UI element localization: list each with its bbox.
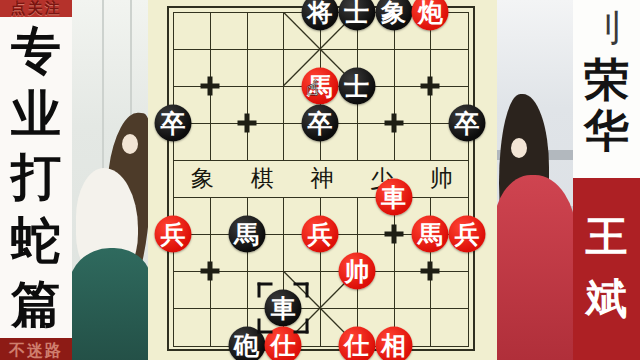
player-name-top-section: 刂 荣 华 bbox=[573, 0, 640, 178]
left-banner-panel: 点关注 专 业 打 蛇 篇 不迷路 bbox=[0, 0, 72, 360]
piece-相-red[interactable]: 相 bbox=[375, 327, 412, 360]
point-marker bbox=[200, 77, 219, 96]
bracket-corner bbox=[258, 283, 273, 298]
left-artwork bbox=[72, 0, 148, 360]
piece-卒-black[interactable]: 卒 bbox=[302, 105, 339, 142]
xiangqi-board[interactable]: 象 棋 神 少 帅 将士象炮馬士卒卒卒車兵馬兵馬兵帅車砲仕仕相☝ bbox=[148, 0, 497, 360]
river-char: 象 bbox=[191, 163, 214, 194]
name-char: 荣 bbox=[584, 54, 629, 105]
piece-兵-red[interactable]: 兵 bbox=[302, 216, 339, 253]
bracket-corner bbox=[258, 319, 273, 334]
red-lady-dress bbox=[497, 175, 573, 360]
series-title-char: 篇 bbox=[11, 273, 61, 335]
name-char: 斌 bbox=[586, 276, 628, 322]
series-title-char: 业 bbox=[11, 83, 61, 145]
right-name-panel: 刂 荣 华 王 斌 bbox=[573, 0, 640, 360]
series-title: 专 业 打 蛇 篇 bbox=[0, 17, 72, 338]
name-char: 王 bbox=[586, 214, 628, 260]
point-marker bbox=[237, 114, 256, 133]
green-lady-face bbox=[122, 134, 138, 154]
piece-馬-red[interactable]: 馬 bbox=[412, 216, 449, 253]
right-artwork bbox=[497, 0, 573, 360]
piece-卒-black[interactable]: 卒 bbox=[155, 105, 192, 142]
name-char: 华 bbox=[584, 105, 629, 156]
red-lady-face bbox=[511, 138, 527, 158]
point-marker bbox=[384, 225, 403, 244]
player-name-bottom-section: 王 斌 bbox=[573, 178, 640, 360]
river-char: 帅 bbox=[430, 163, 453, 194]
brush-stroke-mark: 刂 bbox=[589, 2, 625, 54]
no-lost-banner: 不迷路 bbox=[0, 338, 72, 360]
piece-兵-red[interactable]: 兵 bbox=[449, 216, 486, 253]
selected-piece-brackets bbox=[260, 285, 307, 332]
point-marker bbox=[384, 114, 403, 133]
follow-banner: 点关注 bbox=[0, 0, 72, 17]
series-title-char: 专 bbox=[11, 20, 61, 82]
piece-車-red[interactable]: 車 bbox=[375, 179, 412, 216]
bracket-corner bbox=[294, 319, 309, 334]
point-marker bbox=[200, 262, 219, 281]
point-marker bbox=[421, 77, 440, 96]
bracket-corner bbox=[294, 283, 309, 298]
video-frame: 点关注 专 业 打 蛇 篇 不迷路 象 棋 神 少 bbox=[0, 0, 640, 360]
piece-士-black[interactable]: 士 bbox=[338, 68, 375, 105]
series-title-char: 蛇 bbox=[11, 210, 61, 272]
green-lady-skirt bbox=[72, 248, 148, 360]
piece-馬-black[interactable]: 馬 bbox=[228, 216, 265, 253]
piece-仕-red[interactable]: 仕 bbox=[338, 327, 375, 360]
river-char: 棋 bbox=[251, 163, 274, 194]
piece-帅-red[interactable]: 帅 bbox=[338, 253, 375, 290]
piece-卒-black[interactable]: 卒 bbox=[449, 105, 486, 142]
piece-兵-red[interactable]: 兵 bbox=[155, 216, 192, 253]
series-title-char: 打 bbox=[11, 146, 61, 208]
river-char: 神 bbox=[311, 163, 334, 194]
point-marker bbox=[421, 262, 440, 281]
river-text: 象 棋 神 少 帅 bbox=[173, 160, 467, 197]
hand-cursor-icon: ☝ bbox=[306, 76, 318, 100]
